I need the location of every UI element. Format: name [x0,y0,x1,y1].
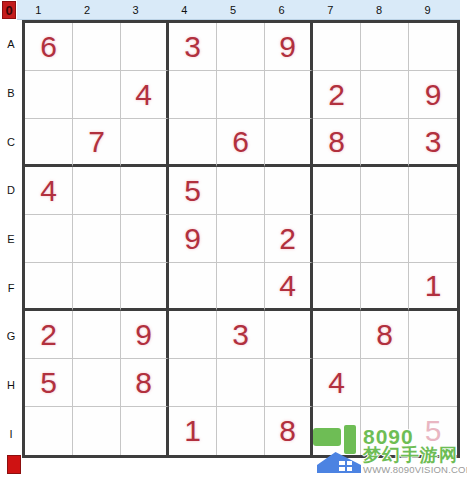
given-digit-F6: 4 [279,271,296,301]
given-digit-D4: 5 [184,176,201,206]
given-digit-B7: 2 [328,80,345,110]
cell-D7[interactable] [313,167,361,215]
given-digit-H1: 5 [40,368,57,398]
given-digit-E6: 2 [279,224,296,254]
cell-I1[interactable] [25,407,73,455]
bottom-left-red-marker [7,455,21,474]
given-digit-E4: 9 [184,224,201,254]
cell-A4[interactable]: 3 [169,23,217,71]
cell-G8[interactable]: 8 [361,311,409,359]
row-header-C: C [0,117,22,166]
cell-E5[interactable] [217,215,265,263]
cell-G7[interactable] [313,311,361,359]
cell-H3[interactable]: 8 [121,359,169,407]
col-header-4: 4 [160,0,209,20]
given-digit-I4: 1 [184,416,201,446]
cell-F4[interactable] [169,263,217,311]
cell-C7[interactable]: 8 [313,119,361,167]
cell-A7[interactable] [313,23,361,71]
cell-D6[interactable] [265,167,313,215]
row-header-B: B [0,69,22,118]
cell-E8[interactable] [361,215,409,263]
cell-I4[interactable]: 1 [169,407,217,455]
cell-C5[interactable]: 6 [217,119,265,167]
cell-B2[interactable] [73,71,121,119]
given-digit-C9: 3 [425,127,442,157]
col-header-7: 7 [306,0,355,20]
watermark-url: WWW.8090VISION.COM [363,465,467,475]
watermark-site-name: 梦幻手游网 [363,446,458,464]
cell-C9[interactable]: 3 [409,119,457,167]
cell-A2[interactable] [73,23,121,71]
row-header-D: D [0,166,22,215]
cell-G2[interactable] [73,311,121,359]
cell-G6[interactable] [265,311,313,359]
cell-E4[interactable]: 9 [169,215,217,263]
col-header-3: 3 [111,0,160,20]
cell-F8[interactable] [361,263,409,311]
cell-G9[interactable] [409,311,457,359]
sudoku-page: 0 123456789 ABCDEFGHI 639429768345924129… [0,0,467,478]
cell-E6[interactable]: 2 [265,215,313,263]
row-header-I: I [0,409,22,458]
cell-H8[interactable] [361,359,409,407]
site-watermark: 8090 梦幻手游网 WWW.8090VISION.COM [313,424,467,478]
given-digit-G3: 9 [135,320,152,350]
cell-A3[interactable] [121,23,169,71]
watermark-brand: 8090 [363,426,414,447]
cell-F5[interactable] [217,263,265,311]
col-header-2: 2 [63,0,112,20]
row-header-H: H [0,361,22,410]
cell-A5[interactable] [217,23,265,71]
col-header-1: 1 [14,0,63,20]
cell-C8[interactable] [361,119,409,167]
cell-A1[interactable]: 6 [25,23,73,71]
cell-C4[interactable] [169,119,217,167]
col-header-8: 8 [355,0,404,20]
cell-E2[interactable] [73,215,121,263]
cell-D1[interactable]: 4 [25,167,73,215]
cell-F9[interactable]: 1 [409,263,457,311]
cell-A8[interactable] [361,23,409,71]
given-digit-H7: 4 [328,368,345,398]
cell-B6[interactable] [265,71,313,119]
given-digit-A6: 9 [279,32,296,62]
cell-E1[interactable] [25,215,73,263]
given-digit-B3: 4 [135,80,152,110]
cell-B3[interactable]: 4 [121,71,169,119]
cell-H9[interactable] [409,359,457,407]
given-digit-G1: 2 [40,320,57,350]
cell-H5[interactable] [217,359,265,407]
cell-D4[interactable]: 5 [169,167,217,215]
cell-I2[interactable] [73,407,121,455]
cell-D8[interactable] [361,167,409,215]
cell-C3[interactable] [121,119,169,167]
cell-C2[interactable]: 7 [73,119,121,167]
cell-E3[interactable] [121,215,169,263]
cell-F3[interactable] [121,263,169,311]
cell-A6[interactable]: 9 [265,23,313,71]
watermark-logo-bar [344,425,356,454]
cell-B9[interactable]: 9 [409,71,457,119]
cell-H7[interactable]: 4 [313,359,361,407]
given-digit-G5: 3 [232,320,249,350]
col-header-6: 6 [257,0,306,20]
cell-G1[interactable]: 2 [25,311,73,359]
cell-E9[interactable] [409,215,457,263]
column-headers: 123456789 [14,0,452,20]
cell-F2[interactable] [73,263,121,311]
col-header-5: 5 [209,0,258,20]
watermark-logo-square [313,428,341,446]
cell-B4[interactable] [169,71,217,119]
cell-D5[interactable] [217,167,265,215]
cell-G5[interactable]: 3 [217,311,265,359]
cell-B7[interactable]: 2 [313,71,361,119]
cell-F7[interactable] [313,263,361,311]
row-header-G: G [0,312,22,361]
given-digit-I6: 8 [279,416,296,446]
cell-H6[interactable] [265,359,313,407]
given-digit-C2: 7 [88,127,105,157]
cell-D3[interactable] [121,167,169,215]
given-digit-H3: 8 [135,368,152,398]
cell-C1[interactable] [25,119,73,167]
row-header-A: A [0,20,22,69]
cell-D9[interactable] [409,167,457,215]
given-digit-A1: 6 [40,32,57,62]
given-digit-G8: 8 [376,320,393,350]
sudoku-board: 63942976834592412938584185 [22,20,460,458]
given-digit-F9: 1 [425,271,442,301]
row-header-F: F [0,263,22,312]
given-digit-D1: 4 [40,176,57,206]
given-digit-B9: 9 [425,80,442,110]
row-headers: ABCDEFGHI [0,20,22,458]
cell-I5[interactable] [217,407,265,455]
given-digit-C7: 8 [328,127,345,157]
cell-G3[interactable]: 9 [121,311,169,359]
cell-C6[interactable] [265,119,313,167]
cell-D2[interactable] [73,167,121,215]
cell-F1[interactable] [25,263,73,311]
given-digit-C5: 6 [232,127,249,157]
cell-A9[interactable] [409,23,457,71]
cell-I6[interactable]: 8 [265,407,313,455]
cell-F6[interactable]: 4 [265,263,313,311]
given-digit-A4: 3 [184,32,201,62]
col-header-9: 9 [403,0,452,20]
cell-B1[interactable] [25,71,73,119]
cell-H4[interactable] [169,359,217,407]
cell-G4[interactable] [169,311,217,359]
cell-B8[interactable] [361,71,409,119]
row-header-E: E [0,215,22,264]
cell-E7[interactable] [313,215,361,263]
watermark-window-icon [339,461,352,471]
cell-H2[interactable] [73,359,121,407]
cell-H1[interactable]: 5 [25,359,73,407]
cell-B5[interactable] [217,71,265,119]
cell-I3[interactable] [121,407,169,455]
